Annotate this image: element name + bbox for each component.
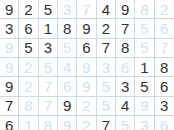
cell-r7c4[interactable]: 9	[58, 116, 77, 130]
cell-r3c6[interactable]: 7	[97, 39, 116, 58]
cell-r1c5[interactable]: 7	[77, 0, 96, 19]
cell-r3c3[interactable]: 3	[39, 39, 58, 58]
cell-r5c2[interactable]: 2	[19, 77, 38, 96]
cell-r1c9[interactable]: 2	[155, 0, 174, 19]
cell-r6c8[interactable]: 9	[135, 97, 154, 116]
cell-r2c6[interactable]: 2	[97, 19, 116, 38]
sudoku-board: 9253749823618927569535678579254936189276…	[0, 0, 174, 130]
cell-r3c4[interactable]: 5	[58, 39, 77, 58]
cell-r1c4[interactable]: 3	[58, 0, 77, 19]
cell-r6c2[interactable]: 8	[19, 97, 38, 116]
cell-r1c7[interactable]: 9	[116, 0, 135, 19]
cell-r2c4[interactable]: 8	[58, 19, 77, 38]
cell-r4c6[interactable]: 3	[97, 58, 116, 77]
cell-r1c2[interactable]: 2	[19, 0, 38, 19]
cell-r3c1[interactable]: 9	[0, 39, 19, 58]
cell-r1c3[interactable]: 5	[39, 0, 58, 19]
cell-r5c1[interactable]: 9	[0, 77, 19, 96]
cell-r2c3[interactable]: 1	[39, 19, 58, 38]
cell-r6c5[interactable]: 2	[77, 97, 96, 116]
cell-r2c7[interactable]: 7	[116, 19, 135, 38]
cell-r7c1[interactable]: 6	[0, 116, 19, 130]
cell-r3c9[interactable]: 7	[155, 39, 174, 58]
cell-r1c8[interactable]: 8	[135, 0, 154, 19]
cell-r2c1[interactable]: 3	[0, 19, 19, 38]
cell-r1c1[interactable]: 9	[0, 0, 19, 19]
cell-r4c8[interactable]: 1	[135, 58, 154, 77]
cell-r6c9[interactable]: 3	[155, 97, 174, 116]
cell-r5c3[interactable]: 7	[39, 77, 58, 96]
cell-r2c9[interactable]: 6	[155, 19, 174, 38]
cell-r2c8[interactable]: 5	[135, 19, 154, 38]
cell-r2c5[interactable]: 9	[77, 19, 96, 38]
cell-r5c5[interactable]: 9	[77, 77, 96, 96]
cell-r7c9[interactable]: 6	[155, 116, 174, 130]
cell-r2c2[interactable]: 6	[19, 19, 38, 38]
cell-r4c4[interactable]: 4	[58, 58, 77, 77]
cell-r1c6[interactable]: 4	[97, 0, 116, 19]
cell-r4c3[interactable]: 5	[39, 58, 58, 77]
cell-r3c2[interactable]: 5	[19, 39, 38, 58]
cell-r5c6[interactable]: 5	[97, 77, 116, 96]
cell-r7c8[interactable]: 3	[135, 116, 154, 130]
cell-r3c8[interactable]: 5	[135, 39, 154, 58]
cell-r4c9[interactable]: 8	[155, 58, 174, 77]
cell-r5c8[interactable]: 5	[135, 77, 154, 96]
cell-r7c6[interactable]: 7	[97, 116, 116, 130]
cell-r4c1[interactable]: 9	[0, 58, 19, 77]
cell-r4c7[interactable]: 6	[116, 58, 135, 77]
cell-r5c7[interactable]: 3	[116, 77, 135, 96]
cell-r7c2[interactable]: 1	[19, 116, 38, 130]
cell-r3c5[interactable]: 6	[77, 39, 96, 58]
cell-r3c7[interactable]: 8	[116, 39, 135, 58]
cell-r7c3[interactable]: 8	[39, 116, 58, 130]
cell-r7c5[interactable]: 2	[77, 116, 96, 130]
cell-r6c6[interactable]: 5	[97, 97, 116, 116]
cell-r6c4[interactable]: 9	[58, 97, 77, 116]
cell-r6c7[interactable]: 4	[116, 97, 135, 116]
cell-r7c7[interactable]: 5	[116, 116, 135, 130]
cell-r4c2[interactable]: 2	[19, 58, 38, 77]
cell-r5c9[interactable]: 6	[155, 77, 174, 96]
cell-r4c5[interactable]: 9	[77, 58, 96, 77]
cell-r5c4[interactable]: 6	[58, 77, 77, 96]
cell-r6c3[interactable]: 7	[39, 97, 58, 116]
cell-r6c1[interactable]: 7	[0, 97, 19, 116]
